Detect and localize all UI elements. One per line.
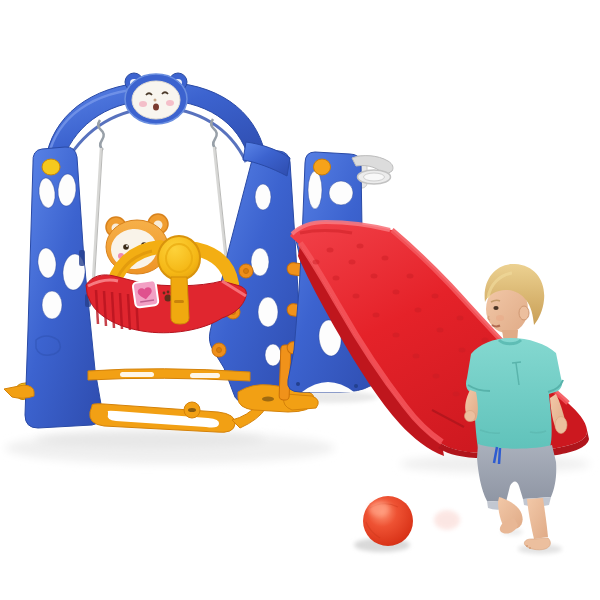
steering-disk <box>158 236 200 280</box>
toddler-ear <box>519 306 529 320</box>
toddler-shirt <box>466 338 562 452</box>
ball-highlight <box>369 502 389 516</box>
bear-mouth <box>153 104 159 111</box>
red-ball <box>363 496 413 546</box>
bear-badge <box>125 73 187 124</box>
playset-photo <box>0 0 600 600</box>
photo-stage <box>0 0 600 600</box>
left-tower-knob <box>42 159 60 175</box>
right-tower-knob <box>314 159 331 175</box>
toddler-right-hand <box>555 417 567 434</box>
ball-reflection-smudge <box>434 510 460 530</box>
seat-bear-eye <box>123 244 129 250</box>
heart-sticker <box>132 280 158 308</box>
toddler <box>465 264 568 550</box>
toddler-left-hand <box>465 411 476 422</box>
toddler-shorts <box>477 444 556 502</box>
toddler-eye <box>493 306 498 310</box>
base-back-beam <box>88 369 250 381</box>
base-left-tip <box>4 385 34 398</box>
